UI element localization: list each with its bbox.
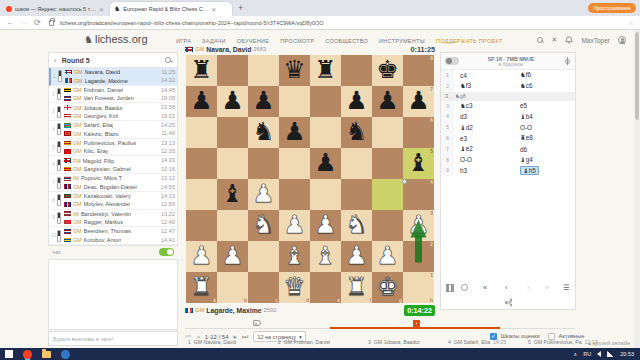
white-pawn-g2: ♟: [372, 241, 403, 271]
chess-board[interactable]: ♜♛♜♚8♟♟♟♟♟♟7♞♟♞6♟♝5♝♟4♞♟♟♞♟3♟♟♝♝♟♟2♜abc♛…: [186, 55, 434, 303]
black-move[interactable]: ♞c6: [514, 82, 575, 90]
square-h3[interactable]: ♟3: [403, 210, 434, 241]
rank-coordinate: 8: [430, 56, 433, 61]
language-indicator[interactable]: RU: [583, 351, 591, 357]
player-title: GM: [73, 148, 82, 154]
player-title: GM: [73, 122, 82, 128]
player-clocks: 14:1312:56: [153, 192, 175, 209]
lock-icon: [49, 20, 54, 26]
square-e3[interactable]: ♟: [310, 210, 341, 241]
games-search-icon[interactable]: [165, 57, 172, 64]
move-number: 8: [441, 155, 454, 166]
first-move-icon[interactable]: «: [483, 283, 487, 292]
square-b7[interactable]: ♟: [217, 86, 248, 117]
black-pawn-b7: ♟: [217, 86, 248, 116]
username[interactable]: MaxToper: [581, 37, 610, 44]
tab-title: European Rapid & Blitz Chess C…: [123, 6, 208, 12]
speaker-icon[interactable]: [597, 351, 601, 357]
player-title: GM: [73, 237, 82, 243]
white-move[interactable]: ♝e2: [454, 145, 514, 153]
square-c5[interactable]: [248, 148, 279, 179]
grid-board-header-2[interactable]: 2 GM Fridman, Daniel: [278, 339, 330, 345]
square-h1[interactable]: h1: [403, 272, 434, 303]
back-arrow-icon[interactable]: ‹: [54, 56, 57, 65]
square-c2[interactable]: [248, 241, 279, 272]
bell-icon[interactable]: [565, 36, 573, 44]
move-row-7: 7♝e2d6: [441, 144, 575, 155]
black-king-g8: ♚: [372, 55, 403, 85]
square-g7[interactable]: ♟: [372, 86, 403, 117]
rank-coordinate: 3: [430, 211, 433, 216]
square-g2[interactable]: ♟: [372, 241, 403, 272]
browser-addressbar: ← → ⟳ lichess.org/broadcast/european-rap…: [0, 16, 640, 30]
rank-coordinate: 5: [430, 149, 433, 154]
game-row-7[interactable]: 7IMPopovic, Milos TGMDeac, Bogdan-Daniel…: [49, 174, 177, 192]
square-a6[interactable]: [186, 117, 217, 148]
move-number: 6: [441, 133, 454, 144]
white-move[interactable]: d3: [454, 113, 514, 120]
square-b8[interactable]: [217, 55, 248, 86]
square-h7[interactable]: ♟7: [403, 86, 434, 117]
square-h4[interactable]: 4: [403, 179, 434, 210]
player-title: GM: [73, 193, 82, 199]
player-title: IM: [73, 175, 79, 181]
square-f2[interactable]: ♟: [341, 241, 372, 272]
board-number: 6: [50, 162, 57, 167]
player-clocks: 11:2514:22: [153, 68, 175, 85]
board-number: 9: [50, 215, 57, 220]
square-b1[interactable]: b: [217, 272, 248, 303]
white-pawn-a2: ♟: [186, 241, 217, 271]
bottom-player-bar: GM Lagarde, Maxime 2592 0:14:22: [185, 304, 435, 316]
lichess-logo[interactable]: ♞ lichess.org: [84, 33, 148, 45]
player-names: GMFridman, DanielGMVan Foreest, Jorden: [64, 86, 153, 103]
game-row-3[interactable]: 3GMJobava, BaadurGMGeorgiev, Kiril13:581…: [49, 103, 177, 121]
friends-online[interactable]: ▴ друзей онлайн: [588, 340, 630, 346]
top-player-rating: 2683: [253, 46, 266, 52]
player-flag: [64, 149, 71, 154]
variation-line[interactable]: 3… ♞g8: [441, 92, 575, 101]
black-move[interactable]: O-O: [514, 124, 575, 131]
square-h2[interactable]: 2: [403, 241, 434, 272]
square-e8[interactable]: ♜: [310, 55, 341, 86]
square-b4[interactable]: ♝: [217, 179, 248, 210]
taskbar-folder-icon[interactable]: [42, 351, 51, 358]
white-move[interactable]: e3: [454, 135, 514, 142]
square-e7[interactable]: [310, 86, 341, 117]
player-flag: [64, 114, 71, 119]
square-c1[interactable]: c: [248, 272, 279, 303]
move-row-8: 8O-O♝g4: [441, 155, 575, 166]
color-bar-icon: [57, 141, 61, 153]
rank-coordinate: 7: [430, 87, 433, 92]
player-clocks: 13:2212:40: [153, 210, 175, 227]
square-a5[interactable]: [186, 148, 217, 179]
player-name: Kalezic, Blazo: [84, 131, 119, 137]
square-f8[interactable]: [341, 55, 372, 86]
tag-tab-icon[interactable]: [253, 320, 261, 326]
board-number: 5: [50, 145, 57, 150]
board-number: 2: [50, 92, 57, 97]
player-name: Georgiev, Kiril: [84, 113, 119, 119]
scrollbar-thumb[interactable]: [635, 32, 639, 120]
black-pawn-a7: ♟: [186, 86, 217, 116]
black-knight-f6: ♞: [341, 117, 372, 147]
square-a2[interactable]: ♟: [186, 241, 217, 272]
square-g8[interactable]: ♚: [372, 55, 403, 86]
game-row-4[interactable]: 4GMSafarli, EltajGMKalezic, Blazo14:2511…: [49, 121, 177, 139]
player-names: FMMagold, FilipGMSargissian, Gabriel: [64, 156, 153, 173]
player-title: FM: [73, 158, 81, 164]
engine-subtitle: в браузере: [463, 62, 559, 67]
square-f3[interactable]: ♞: [341, 210, 372, 241]
player-title: GM: [74, 69, 83, 75]
file-coordinate: a: [213, 298, 216, 303]
tab-close-icon[interactable]: ✕: [99, 6, 104, 13]
player-clocks: 14:2511:46: [153, 121, 175, 138]
round-games-sidebar: ‹ Round 5 1GMNavara, DavidGMLagarde, Max…: [48, 52, 178, 246]
tab-title: шахм — Яндекс: нашлось 5 т…: [15, 6, 96, 12]
analysis-board-icon[interactable]: [446, 284, 454, 292]
square-f6[interactable]: ♞: [341, 117, 372, 148]
player-flag: [65, 70, 72, 75]
moves-panel: SF 16 · 7MB NNUE в браузере 1c4♞f62♞f3♞c…: [440, 52, 576, 310]
white-move[interactable]: h3: [454, 167, 514, 174]
square-d6[interactable]: ♟: [279, 117, 310, 148]
player-name: Magold, Filip: [83, 158, 115, 164]
square-g1[interactable]: ♚g: [372, 272, 403, 303]
black-bishop-b4: ♝: [217, 179, 248, 209]
white-pawn-c4: ♟: [248, 179, 279, 209]
square-c4[interactable]: ♟: [248, 179, 279, 210]
record-icon[interactable]: [461, 284, 468, 291]
move-row-2: 2♞f3♞c6: [441, 81, 575, 92]
square-e6[interactable]: [310, 117, 341, 148]
color-bar-icon: [57, 123, 61, 135]
square-g4[interactable]: [372, 179, 403, 210]
player-flag: [64, 105, 71, 110]
white-pawn-d3: ♟: [279, 210, 310, 240]
board-number: 4: [50, 127, 57, 132]
browser-tabstrip: шахм — Яндекс: нашлось 5 т… ✕ ♞ European…: [0, 0, 640, 16]
player-flag: [64, 131, 71, 136]
black-pawn-g7: ♟: [372, 86, 403, 116]
browser-tab-lichess[interactable]: ♞ European Rapid & Blitz Chess C… ✕: [110, 2, 232, 16]
color-bar-icon: [57, 106, 61, 118]
windows-taskbar: ∧ RU 20:53: [0, 348, 640, 360]
square-c3[interactable]: ♞: [248, 210, 279, 241]
bookmark-star-icon[interactable]: ☆: [628, 19, 634, 27]
player-title: GM: [73, 105, 82, 111]
forward-icon[interactable]: →: [20, 19, 28, 27]
square-e1[interactable]: e: [310, 272, 341, 303]
chat-toggle-row: чат: [48, 246, 178, 258]
clock-time: 20:53: [620, 351, 634, 357]
move-row-4: 4d3♝b4: [441, 111, 575, 122]
white-move[interactable]: O-O: [454, 156, 514, 163]
search-icon[interactable]: [537, 37, 544, 44]
black-move[interactable]: ♝h5: [514, 167, 575, 175]
view-tabs: [185, 318, 575, 329]
game-row-2[interactable]: 2GMFridman, DanielGMVan Foreest, Jorden1…: [49, 86, 177, 104]
game-row-6[interactable]: 6FMMagold, FilipGMSargissian, Gabriel14:…: [49, 156, 177, 174]
bottom-player-clock: 0:14:22: [404, 305, 435, 316]
url-text[interactable]: lichess.org/broadcast/european-rapid--bl…: [60, 20, 324, 26]
player-name: Van Foreest, Jorden: [84, 95, 134, 101]
file-coordinate: b: [244, 298, 247, 303]
square-d8[interactable]: ♛: [279, 55, 310, 86]
chat-label: чат: [52, 249, 61, 255]
black-rook-e8: ♜: [310, 55, 341, 85]
player-flag: [64, 167, 71, 172]
player-flag: [64, 194, 71, 199]
file-coordinate: h: [430, 298, 433, 303]
engine-toggle[interactable]: [445, 57, 459, 65]
white-knight-f3: ♞: [341, 210, 372, 240]
square-d3[interactable]: ♟: [279, 210, 310, 241]
square-d1[interactable]: ♛d: [279, 272, 310, 303]
rank-coordinate: 2: [430, 242, 433, 247]
top-player-bar: GM Navara, David 2683 0:11:25: [185, 43, 435, 55]
square-b5[interactable]: [217, 148, 248, 179]
file-coordinate: g: [399, 298, 402, 303]
player-title: GM: [74, 78, 83, 84]
player-name: Jobava, Baadur: [84, 105, 123, 111]
game-row-1[interactable]: 1GMNavara, DavidGMLagarde, Maxime11:2514…: [49, 68, 177, 86]
taskbar-app-icon[interactable]: [61, 350, 70, 359]
chat-input[interactable]: Будьте вежливы в чате!: [48, 331, 178, 346]
black-move[interactable]: ♝b4: [514, 113, 575, 121]
grid-board-header-1[interactable]: 1 GM Navara, David: [188, 339, 236, 345]
rank-coordinate: 1: [430, 273, 433, 278]
yandex-favicon: [6, 6, 12, 12]
prev-move-icon[interactable]: ‹: [505, 283, 508, 292]
start-button-icon[interactable]: [5, 350, 13, 358]
network-icon[interactable]: [607, 351, 614, 357]
square-g6[interactable]: [372, 117, 403, 148]
square-c7[interactable]: ♟: [248, 86, 279, 117]
player-flag: [64, 176, 71, 181]
black-move[interactable]: ♜e8: [514, 134, 575, 142]
player-name: Kazakouski, Valery: [84, 193, 131, 199]
board-number: 10: [50, 233, 57, 238]
lichess-favicon: ♞: [114, 5, 120, 13]
move-number: 2: [441, 81, 454, 92]
square-e5[interactable]: ♟: [310, 148, 341, 179]
player-names: GMSafarli, EltajGMKalezic, Blazo: [64, 121, 153, 138]
white-move[interactable]: ♞c3: [454, 102, 514, 110]
square-h8[interactable]: 8: [403, 55, 434, 86]
color-bar-icon: [57, 230, 61, 242]
board-number: 3: [50, 109, 57, 114]
file-coordinate: e: [337, 298, 340, 303]
player-name: Kilic, Eray: [84, 148, 109, 154]
move-number: 5: [441, 122, 454, 133]
square-e4[interactable]: [310, 179, 341, 210]
square-f1[interactable]: ♜f: [341, 272, 372, 303]
move-list: 1c4♞f62♞f3♞c63… ♞g83♞c3e54d3♝b45♝d2O-O6e…: [441, 70, 575, 176]
player-title: GM: [73, 228, 82, 234]
taskbar-yandex-icon[interactable]: [23, 350, 32, 359]
challenge-icon[interactable]: ✕: [552, 36, 558, 44]
user-avatar-icon[interactable]: [618, 36, 626, 44]
grid-board-header-3[interactable]: 3 GM Jobava, Baadur: [368, 339, 420, 345]
nav-donate[interactable]: ПОДДЕРЖАТЬ ПРОЕКТ: [436, 38, 503, 44]
square-b3[interactable]: [217, 210, 248, 241]
player-title: GM: [73, 166, 82, 172]
square-f4[interactable]: [341, 179, 372, 210]
square-f5[interactable]: [341, 148, 372, 179]
square-h6[interactable]: 6: [403, 117, 434, 148]
active-tab-underline: [330, 327, 500, 329]
player-clocks: 14:4519:09: [153, 86, 175, 103]
player-flag: [64, 123, 71, 128]
bottom-player-flag: [185, 308, 193, 313]
player-clocks: 13:5819:02: [153, 103, 175, 120]
share-icon[interactable]: [505, 299, 512, 306]
black-move[interactable]: ♞f6: [514, 71, 575, 79]
menu-icon[interactable]: ☰: [563, 283, 570, 292]
white-rook-f1: ♜: [341, 272, 372, 302]
black-pawn-c7: ♟: [248, 86, 279, 116]
round-header: ‹ Round 5: [49, 53, 177, 68]
tab-close-icon[interactable]: ✕: [211, 6, 216, 13]
player-name: Safarli, Eltaj: [84, 122, 114, 128]
color-bar-icon: [57, 88, 61, 100]
game-row-8[interactable]: 8GMKazakouski, ValeryGMMotylev, Alexande…: [49, 192, 177, 210]
grid-board-header-4[interactable]: 4 GM Safarli, Elta14:25: [448, 339, 506, 345]
player-flag: [64, 211, 71, 216]
rank-coordinate: 4: [430, 180, 433, 185]
engine-text: SF 16 · 7MB NNUE в браузере: [463, 56, 559, 67]
square-d5[interactable]: [279, 148, 310, 179]
square-a8[interactable]: ♜: [186, 55, 217, 86]
black-move[interactable]: d6: [514, 146, 575, 153]
logo-text: lichess.org: [95, 33, 148, 45]
move-row-3: 3♞c3e5: [441, 101, 575, 112]
back-icon[interactable]: ←: [6, 19, 14, 27]
player-name: Pultinevicius, Paulius: [84, 140, 137, 146]
game-row-9[interactable]: 9IMBandetskyi, ValentinGMRagger, Markus1…: [49, 210, 177, 228]
reload-icon[interactable]: ⟳: [34, 19, 41, 27]
engine-bar: SF 16 · 7MB NNUE в браузере: [441, 53, 575, 70]
player-clocks: 13:1312:35: [153, 139, 175, 156]
square-b6[interactable]: [217, 117, 248, 148]
color-bar-icon: [57, 177, 61, 189]
black-queen-d8: ♛: [279, 55, 310, 85]
tray-chevron-icon[interactable]: ∧: [574, 351, 578, 357]
player-flag: [65, 78, 72, 83]
next-move-icon[interactable]: ›: [527, 283, 530, 292]
bottom-player-title: GM: [195, 307, 204, 313]
player-title: GM: [73, 87, 82, 93]
player-names: GMBeerdsen, ThomasGMKorobov, Anton: [64, 227, 153, 244]
top-player-clock: 0:11:25: [411, 45, 435, 54]
white-pawn-b2: ♟: [217, 241, 248, 271]
square-a3[interactable]: [186, 210, 217, 241]
move-row-5: 5♝d2O-O: [441, 122, 575, 133]
player-name: Navara, David: [85, 69, 120, 75]
white-bishop-d2: ♝: [279, 241, 310, 271]
white-move[interactable]: ♝d2: [454, 124, 514, 132]
color-bar-icon: [57, 212, 61, 224]
black-knight-c6: ♞: [248, 117, 279, 147]
grid-tab-icon[interactable]: [413, 320, 420, 327]
square-a1[interactable]: ♜a: [186, 272, 217, 303]
bottom-player-name: Lagarde, Maxime: [206, 307, 261, 314]
new-tab-button[interactable]: +: [238, 4, 243, 13]
player-clocks: 14:3312:16: [153, 156, 175, 173]
move-number: 1: [441, 70, 454, 81]
square-c6[interactable]: ♞: [248, 117, 279, 148]
browser-tab-yandex[interactable]: шахм — Яндекс: нашлось 5 т… ✕: [2, 2, 108, 16]
white-move[interactable]: c4: [454, 72, 514, 79]
color-bar-icon: [57, 194, 61, 206]
color-bar-icon: [57, 159, 61, 171]
square-f7[interactable]: ♟: [341, 86, 372, 117]
square-e2[interactable]: ♝: [310, 241, 341, 272]
square-d2[interactable]: ♝: [279, 241, 310, 272]
player-clocks: 12:4714:41: [153, 227, 175, 244]
player-name: Fridman, Daniel: [84, 87, 123, 93]
board-number: 8: [50, 198, 57, 203]
last-move-icon[interactable]: »: [545, 283, 549, 292]
move-row-1: 1c4♞f6: [441, 70, 575, 81]
black-pawn-d6: ♟: [279, 117, 310, 147]
square-g3[interactable]: [372, 210, 403, 241]
white-move[interactable]: ♞f3: [454, 82, 514, 90]
mouse-cursor-dot: [402, 179, 407, 184]
chat-toggle[interactable]: [159, 248, 174, 256]
player-title: IM: [73, 211, 79, 217]
playback-controls: « ‹ › » ☰: [441, 281, 575, 294]
square-d7[interactable]: [279, 86, 310, 117]
browser-scrollbar[interactable]: [634, 30, 640, 348]
player-flag: [64, 141, 71, 146]
square-c8[interactable]: [248, 55, 279, 86]
top-player-name: Navara, David: [206, 46, 251, 53]
square-a7[interactable]: ♟: [186, 86, 217, 117]
file-coordinate: f: [369, 298, 371, 303]
player-name: Korobov, Anton: [84, 237, 122, 243]
square-b2[interactable]: ♟: [217, 241, 248, 272]
square-h5[interactable]: ♝5: [403, 148, 434, 179]
square-d4[interactable]: [279, 179, 310, 210]
player-flag: [64, 220, 71, 225]
media-badge[interactable]: Прослушивание: [588, 3, 636, 13]
player-name: Lagarde, Maxime: [85, 78, 128, 84]
player-title: GM: [73, 219, 82, 225]
square-g5[interactable]: [372, 148, 403, 179]
last-page-icon[interactable]: ⏭: [242, 333, 248, 341]
black-pawn-e5: ♟: [310, 148, 341, 178]
player-flag: [64, 184, 71, 189]
player-title: GM: [73, 184, 82, 190]
gear-icon[interactable]: [563, 57, 571, 65]
game-row-5[interactable]: 5GMPultinevicius, PauliusGMKilic, Eray13…: [49, 139, 177, 157]
round-title: Round 5: [62, 57, 160, 64]
move-row-6: 6e3♜e8: [441, 133, 575, 144]
white-pawn-f2: ♟: [341, 241, 372, 271]
bottom-player-rating: 2592: [264, 307, 277, 313]
square-a4[interactable]: [186, 179, 217, 210]
board-number: 1: [51, 74, 58, 79]
player-name: Popovic, Milos T: [81, 175, 122, 181]
black-move[interactable]: e5: [514, 102, 575, 109]
game-row-10[interactable]: 10GMBeerdsen, ThomasGMKorobov, Anton12:4…: [49, 227, 177, 245]
move-number: 4: [441, 111, 454, 122]
black-move[interactable]: ♝g4: [514, 156, 575, 164]
